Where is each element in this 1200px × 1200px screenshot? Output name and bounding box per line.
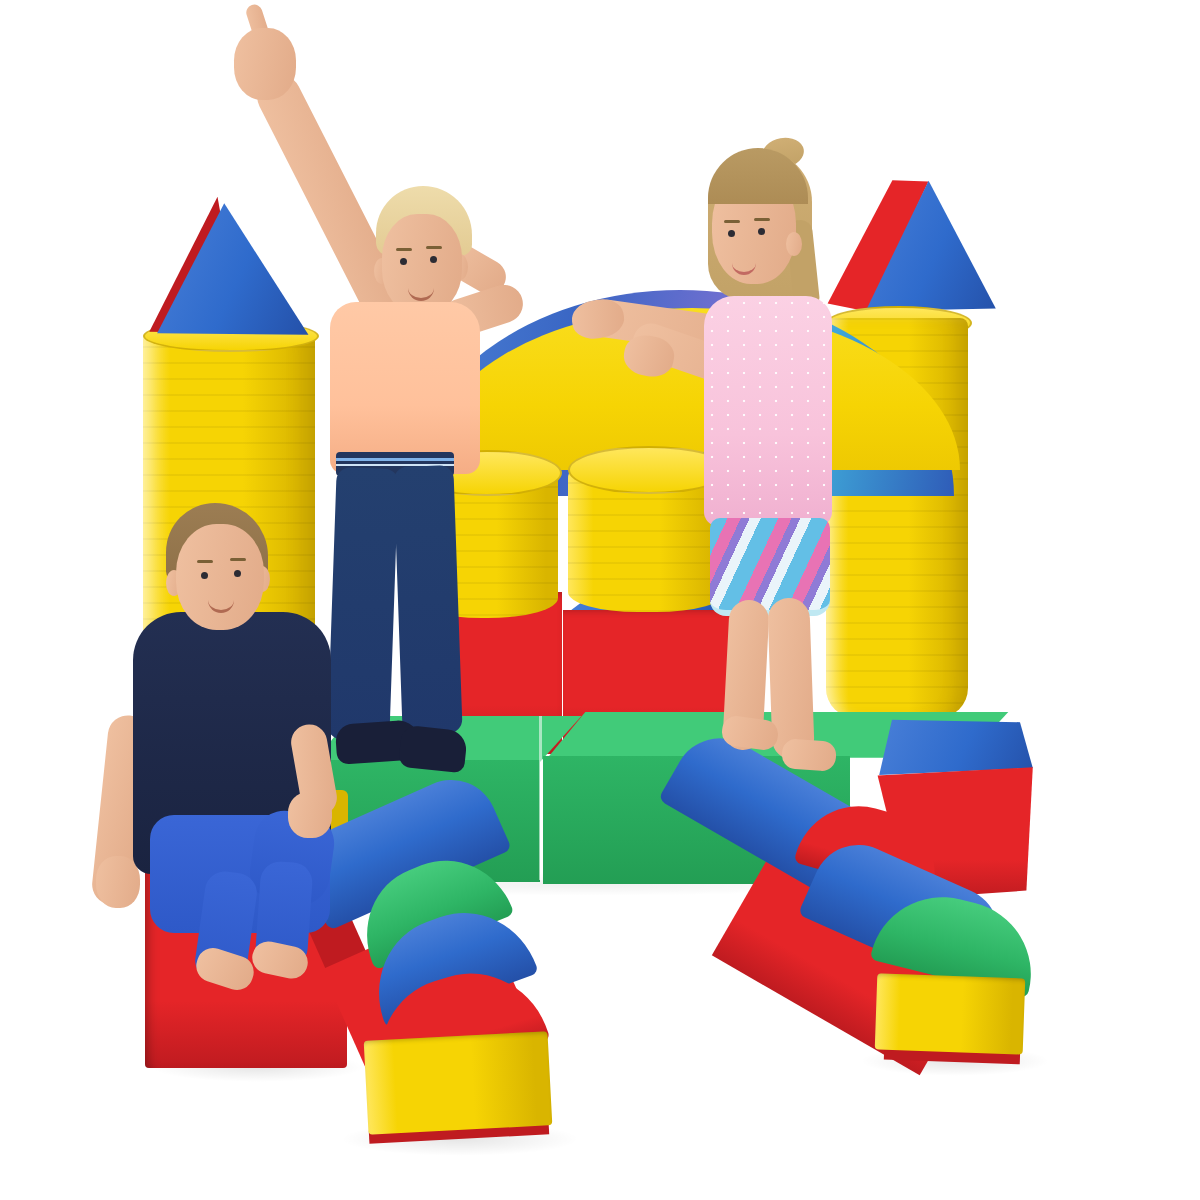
girl-ear bbox=[786, 232, 802, 256]
girl-eye bbox=[758, 228, 765, 235]
boy-sitting-eye bbox=[201, 572, 208, 579]
boy-sitting-brow bbox=[230, 558, 246, 561]
boy-sitting-brow bbox=[197, 560, 213, 563]
girl-eye bbox=[728, 230, 735, 237]
boy-standing-hand bbox=[234, 28, 296, 100]
girl-shorts bbox=[710, 518, 830, 616]
girl-brow bbox=[754, 218, 770, 221]
girl-brow bbox=[724, 220, 740, 223]
boy-standing-brow bbox=[426, 246, 442, 249]
boy-standing-brow bbox=[396, 248, 412, 251]
girl-foot-right bbox=[781, 738, 837, 772]
boy-standing-tshirt bbox=[330, 302, 480, 474]
boy-sitting-eye bbox=[234, 570, 241, 577]
green-blocks-seam bbox=[539, 716, 542, 880]
boy-sitting-hand-left bbox=[96, 856, 140, 908]
boy-standing-eye bbox=[430, 256, 437, 263]
boy-standing-jeans-right bbox=[393, 465, 462, 735]
boy-standing-jeans-left bbox=[327, 467, 398, 741]
boy-sitting-hand-right bbox=[288, 792, 332, 838]
boy-sitting-face bbox=[176, 524, 264, 630]
right-ramp-yellow-end bbox=[875, 973, 1026, 1054]
photo-scene bbox=[0, 0, 1200, 1200]
boy-standing-eye bbox=[400, 258, 407, 265]
left-roof-triangle bbox=[154, 202, 310, 336]
left-ramp-yellow-end bbox=[364, 1031, 553, 1135]
girl-tshirt bbox=[704, 296, 832, 526]
boy-standing-shoe-right bbox=[398, 725, 468, 774]
